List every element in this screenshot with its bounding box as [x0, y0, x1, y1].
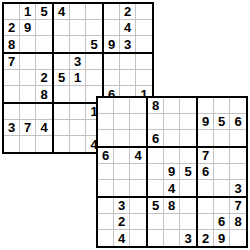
grid-b-cell-r7c7-empty[interactable] [198, 198, 214, 214]
grid-b-cell-r8c9-given: 8 [230, 214, 246, 230]
grid-b-box-4: 64 [97, 147, 147, 197]
grid-a-cell-r9c3-empty[interactable] [36, 136, 52, 152]
grid-a-cell-r1c3-given: 5 [36, 4, 52, 20]
grid-b-cell-r3c5-empty[interactable] [164, 130, 180, 146]
grid-a-cell-r3c9-empty[interactable] [136, 36, 152, 52]
grid-b-cell-r7c8-empty[interactable] [214, 198, 230, 214]
grid-b-cell-r8c5-empty[interactable] [164, 214, 180, 230]
grid-a-cell-r4c5-given: 3 [70, 54, 86, 70]
grid-b-cell-r6c8-empty[interactable] [214, 180, 230, 196]
grid-a-cell-r3c4-empty[interactable] [54, 36, 70, 52]
grid-b-cell-r2c3-empty[interactable] [130, 114, 146, 130]
grid-b-cell-r6c7-empty[interactable] [198, 180, 214, 196]
grid-b-cell-r2c8-given: 5 [214, 114, 230, 130]
grid-b-cell-r1c6-empty[interactable] [180, 98, 196, 114]
grid-a-cell-r6c3-given: 8 [36, 86, 52, 102]
grid-b-cell-r4c2-empty[interactable] [114, 148, 130, 164]
grid-a-cell-r6c1-empty[interactable] [4, 86, 20, 102]
grid-b-cell-r1c7-empty[interactable] [198, 98, 214, 114]
grid-b-cell-r3c1-empty[interactable] [98, 130, 114, 146]
grid-b-cell-r5c7-given: 6 [198, 164, 214, 180]
grid-a-cell-r8c2-given: 7 [20, 120, 36, 136]
grid-b-cell-r3c9-empty[interactable] [230, 130, 246, 146]
grid-a-cell-r2c6-empty[interactable] [86, 20, 102, 36]
grid-a-cell-r7c4-empty[interactable] [54, 104, 70, 120]
grid-a-cell-r9c1-empty[interactable] [4, 136, 20, 152]
grid-a-cell-r5c5-given: 1 [70, 70, 86, 86]
grid-b-cell-r9c8-given: 9 [214, 230, 230, 246]
grid-a-cell-r3c7-given: 9 [104, 36, 120, 52]
grid-b-cell-r9c3-empty[interactable] [130, 230, 146, 246]
grid-b-cell-r9c9-empty[interactable] [230, 230, 246, 246]
grid-a-cell-r4c7-empty[interactable] [104, 54, 120, 70]
grid-b-cell-r7c4-given: 5 [148, 198, 164, 214]
grid-a-cell-r8c3-given: 4 [36, 120, 52, 136]
grid-a-cell-r4c6-empty[interactable] [86, 54, 102, 70]
grid-b-cell-r9c7-given: 2 [198, 230, 214, 246]
grid-a-cell-r4c9-empty[interactable] [136, 54, 152, 70]
grid-b-cell-r6c3-empty[interactable] [130, 180, 146, 196]
grid-a-cell-r2c9-empty[interactable] [136, 20, 152, 36]
grid-b-cell-r6c4-empty[interactable] [148, 180, 164, 196]
grid-b-cell-r8c4-empty[interactable] [148, 214, 164, 230]
grid-a-cell-r8c1-given: 3 [4, 120, 20, 136]
grid-b-cell-r3c7-empty[interactable] [198, 130, 214, 146]
grid-a-cell-r2c1-given: 2 [4, 20, 20, 36]
grid-a-cell-r6c2-empty[interactable] [20, 86, 36, 102]
grid-b-cell-r1c3-empty[interactable] [130, 98, 146, 114]
grid-b-box-9: 76829 [197, 197, 247, 247]
grid-a-cell-r9c2-empty[interactable] [20, 136, 36, 152]
grid-a-cell-r1c4-given: 4 [54, 4, 70, 20]
grid-a-cell-r3c8-given: 3 [120, 36, 136, 52]
grid-a-cell-r2c5-empty[interactable] [70, 20, 86, 36]
grid-a-cell-r5c1-empty[interactable] [4, 70, 20, 86]
grid-b-cell-r5c8-empty[interactable] [214, 164, 230, 180]
grid-b-cell-r8c8-given: 6 [214, 214, 230, 230]
grid-b-cell-r7c2-given: 3 [114, 198, 130, 214]
grid-b-cell-r1c5-empty[interactable] [164, 98, 180, 114]
grid-a-cell-r3c5-empty[interactable] [70, 36, 86, 52]
grid-a-cell-r5c2-empty[interactable] [20, 70, 36, 86]
grid-a-cell-r1c7-empty[interactable] [104, 4, 120, 20]
grid-b-box-7: 324 [97, 197, 147, 247]
grid-b-box-5: 954 [147, 147, 197, 197]
grid-b-cell-r7c9-given: 7 [230, 198, 246, 214]
grid-a-cell-r1c1-empty[interactable] [4, 4, 20, 20]
grid-a-cell-r1c6-empty[interactable] [86, 4, 102, 20]
grid-b-cell-r5c9-empty[interactable] [230, 164, 246, 180]
grid-a-cell-r5c6-empty[interactable] [86, 70, 102, 86]
grid-b-cell-r7c6-empty[interactable] [180, 198, 196, 214]
grid-b-cell-r4c7-given: 7 [198, 148, 214, 164]
grid-a-cell-r2c7-empty[interactable] [104, 20, 120, 36]
grid-b-box-1 [97, 97, 147, 147]
grid-b-cell-r4c4-empty[interactable] [148, 148, 164, 164]
grid-a-cell-r5c4-given: 5 [54, 70, 70, 86]
grid-b-cell-r9c1-empty[interactable] [98, 230, 114, 246]
grid-a-cell-r3c6-given: 5 [86, 36, 102, 52]
grid-b-cell-r8c3-empty[interactable] [130, 214, 146, 230]
grid-b-cell-r5c3-empty[interactable] [130, 164, 146, 180]
grid-a-cell-r2c8-given: 4 [120, 20, 136, 36]
grid-a-cell-r5c3-given: 2 [36, 70, 52, 86]
grid-b-cell-r5c1-empty[interactable] [98, 164, 114, 180]
grid-b-cell-r1c2-empty[interactable] [114, 98, 130, 114]
grid-b-cell-r7c1-empty[interactable] [98, 198, 114, 214]
grid-a-cell-r1c5-empty[interactable] [70, 4, 86, 20]
grid-b-cell-r5c6-given: 5 [180, 164, 196, 180]
grid-b-box-2: 86 [147, 97, 197, 147]
grid-b-box-6: 763 [197, 147, 247, 197]
grid-b-cell-r6c6-empty[interactable] [180, 180, 196, 196]
grid-a-cell-r8c5-empty[interactable] [70, 120, 86, 136]
grid-b-cell-r5c4-empty[interactable] [148, 164, 164, 180]
grid-b-box-3: 956 [197, 97, 247, 147]
grid-a-cell-r1c8-given: 2 [120, 4, 136, 20]
grid-b-cell-r8c1-empty[interactable] [98, 214, 114, 230]
grid-b-cell-r1c9-empty[interactable] [230, 98, 246, 114]
grid-b-cell-r6c1-empty[interactable] [98, 180, 114, 196]
grid-b-cell-r3c2-empty[interactable] [114, 130, 130, 146]
grid-a-cell-r1c2-given: 1 [20, 4, 36, 20]
grid-a-cell-r7c3-empty[interactable] [36, 104, 52, 120]
grid-a-cell-r2c2-given: 9 [20, 20, 36, 36]
grid-a-cell-r3c1-given: 8 [4, 36, 20, 52]
grid-b-cell-r4c9-empty[interactable] [230, 148, 246, 164]
grid-b-cell-r7c3-empty[interactable] [130, 198, 146, 214]
grid-b-cell-r7c5-given: 8 [164, 198, 180, 214]
grid-b-cell-r4c3-given: 4 [130, 148, 146, 164]
grid-a-cell-r5c7-empty[interactable] [104, 70, 120, 86]
grid-b-cell-r2c6-empty[interactable] [180, 114, 196, 130]
grid-a-cell-r4c3-empty[interactable] [36, 54, 52, 70]
grid-a-cell-r5c9-empty[interactable] [136, 70, 152, 86]
grid-a-box-1: 15298 [3, 3, 53, 53]
grid-a-cell-r2c4-empty[interactable] [54, 20, 70, 36]
grid-a-cell-r8c4-empty[interactable] [54, 120, 70, 136]
grid-b-cell-r8c6-empty[interactable] [180, 214, 196, 230]
grid-a-cell-r1c9-empty[interactable] [136, 4, 152, 20]
grid-b-cell-r3c8-empty[interactable] [214, 130, 230, 146]
grid-b-cell-r4c1-given: 6 [98, 148, 114, 164]
grid-b-cell-r2c2-empty[interactable] [114, 114, 130, 130]
grid-a-cell-r4c1-given: 7 [4, 54, 20, 70]
grid-b-cell-r6c5-given: 4 [164, 180, 180, 196]
grid-a-cell-r7c1-empty[interactable] [4, 104, 20, 120]
grid-b-cell-r4c8-empty[interactable] [214, 148, 230, 164]
grid-b-cell-r2c5-empty[interactable] [164, 114, 180, 130]
grid-b-cell-r4c5-empty[interactable] [164, 148, 180, 164]
grid-a-box-7: 374 [3, 103, 53, 153]
grid-b-cell-r9c4-empty[interactable] [148, 230, 164, 246]
grid-b-box-8: 583 [147, 197, 197, 247]
grid-b-cell-r2c4-empty[interactable] [148, 114, 164, 130]
grid-a-cell-r4c8-empty[interactable] [120, 54, 136, 70]
grid-b-cell-r1c1-empty[interactable] [98, 98, 114, 114]
grid-b-cell-r2c1-empty[interactable] [98, 114, 114, 130]
grid-a-cell-r6c5-empty[interactable] [70, 86, 86, 102]
grid-a-cell-r6c4-empty[interactable] [54, 86, 70, 102]
grid-a-cell-r2c3-empty[interactable] [36, 20, 52, 36]
grid-b-cell-r6c2-empty[interactable] [114, 180, 130, 196]
grid-a-cell-r4c2-empty[interactable] [20, 54, 36, 70]
grid-b-cell-r8c7-empty[interactable] [198, 214, 214, 230]
grid-b-cell-r1c8-empty[interactable] [214, 98, 230, 114]
grid-a-cell-r3c3-empty[interactable] [36, 36, 52, 52]
puzzle-page: 152984524937283516137414 869566495476332… [0, 0, 250, 250]
grid-b-cell-r9c6-given: 3 [180, 230, 196, 246]
sudoku-grid-bottom-right: 869566495476332458376829 [96, 96, 248, 248]
grid-b-cell-r3c3-empty[interactable] [130, 130, 146, 146]
grid-b-cell-r1c4-given: 8 [148, 98, 164, 114]
grid-b-cell-r5c5-given: 9 [164, 164, 180, 180]
grid-b-cell-r9c2-given: 4 [114, 230, 130, 246]
grid-a-cell-r7c2-empty[interactable] [20, 104, 36, 120]
grid-b-cell-r2c7-given: 9 [198, 114, 214, 130]
grid-a-cell-r3c2-empty[interactable] [20, 36, 36, 52]
grid-a-cell-r5c8-empty[interactable] [120, 70, 136, 86]
grid-a-cell-r9c4-empty[interactable] [54, 136, 70, 152]
grid-a-cell-r9c5-empty[interactable] [70, 136, 86, 152]
grid-b-cell-r6c9-given: 3 [230, 180, 246, 196]
grid-a-box-2: 45 [53, 3, 103, 53]
grid-b-cell-r4c6-empty[interactable] [180, 148, 196, 164]
grid-a-box-3: 2493 [103, 3, 153, 53]
grid-b-cell-r5c2-empty[interactable] [114, 164, 130, 180]
grid-b-cell-r2c9-given: 6 [230, 114, 246, 130]
grid-a-cell-r4c4-empty[interactable] [54, 54, 70, 70]
grid-a-box-4: 728 [3, 53, 53, 103]
grid-b-cell-r3c6-empty[interactable] [180, 130, 196, 146]
grid-b-cell-r8c2-given: 2 [114, 214, 130, 230]
grid-b-cell-r3c4-given: 6 [148, 130, 164, 146]
grid-b-cell-r9c5-empty[interactable] [164, 230, 180, 246]
grid-a-cell-r7c5-empty[interactable] [70, 104, 86, 120]
